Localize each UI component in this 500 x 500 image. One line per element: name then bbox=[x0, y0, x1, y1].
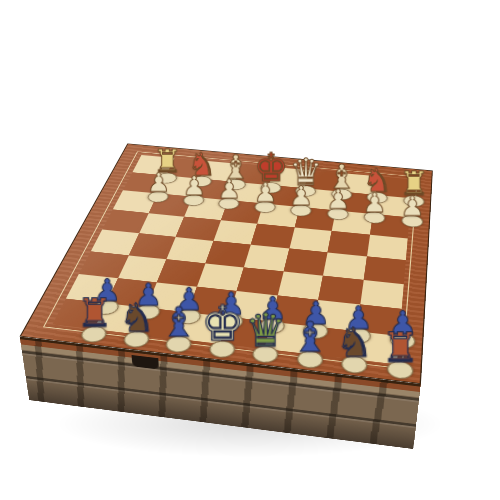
piece-black-rook[interactable]: ♜ bbox=[374, 327, 426, 368]
board-grid: ♜♞♝♚♛♝♞♜♟♟♟♟♟♟♟♟♟♟♟♟♟♟♟♟♜♞♝♚♛♝♞♜ bbox=[52, 155, 413, 364]
piece-white-pawn[interactable]: ♟ bbox=[354, 190, 396, 217]
product-photo-scene: ♜♞♝♚♛♝♞♜♟♟♟♟♟♟♟♟♟♟♟♟♟♟♟♟♜♞♝♚♛♝♞♜ bbox=[0, 0, 500, 500]
chess-box: ♜♞♝♚♛♝♞♜♟♟♟♟♟♟♟♟♟♟♟♟♟♟♟♟♜♞♝♚♛♝♞♜ bbox=[20, 144, 433, 384]
piece-black-knight[interactable]: ♞ bbox=[329, 322, 380, 363]
square-e4[interactable] bbox=[213, 220, 257, 245]
piece-white-pawn[interactable]: ♟ bbox=[391, 193, 434, 220]
piece-white-pawn[interactable]: ♟ bbox=[280, 183, 322, 210]
box-latch bbox=[132, 355, 159, 369]
piece-black-queen[interactable]: ♛ bbox=[241, 307, 292, 353]
